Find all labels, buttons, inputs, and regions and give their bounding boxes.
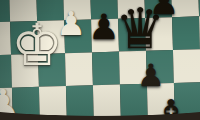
square[interactable] [173,49,200,83]
piece-black-bishop[interactable]: ♝ [149,94,193,120]
piece-black-pawn[interactable]: ♟ [147,0,181,19]
square[interactable] [93,85,121,119]
square[interactable] [66,85,94,119]
piece-black-pawn[interactable]: ♟ [136,60,167,91]
square[interactable] [39,86,67,120]
square[interactable] [198,0,200,16]
square[interactable] [65,52,93,86]
piece-white-pawn[interactable]: ♟ [0,84,23,120]
square[interactable] [199,16,200,50]
chessboard-photo: ♚♟♟♛♟♟♝♟ [0,0,200,120]
piece-white-pawn[interactable]: ♟ [55,7,88,40]
